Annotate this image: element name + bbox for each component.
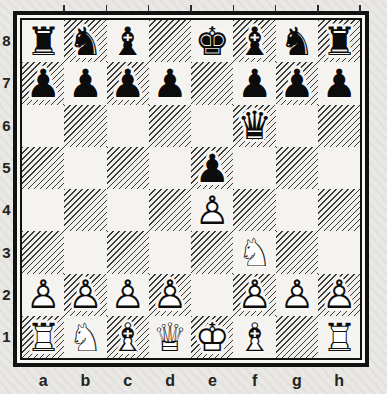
white-piece-outline: ♘ bbox=[64, 316, 106, 358]
white-piece-outline: ♗ bbox=[107, 316, 149, 358]
piece-white-pawn[interactable]: ♟♙ bbox=[191, 189, 233, 231]
piece-white-pawn[interactable]: ♟♙ bbox=[107, 274, 149, 316]
square-d2[interactable]: ♟♙ bbox=[149, 274, 191, 316]
square-f3[interactable]: ♞♘ bbox=[233, 231, 275, 273]
file-label-h: h bbox=[318, 372, 360, 392]
square-g3[interactable] bbox=[276, 231, 318, 273]
white-piece-fill: ♚ bbox=[191, 316, 233, 358]
white-piece-fill: ♟ bbox=[107, 274, 149, 316]
black-piece-glyph: ♟ bbox=[276, 62, 318, 104]
file-label-d: d bbox=[149, 372, 191, 392]
white-piece-outline: ♙ bbox=[22, 274, 64, 316]
rank-label-7: 7 bbox=[0, 62, 13, 104]
black-piece-glyph: ♝ bbox=[107, 20, 149, 62]
chess-diagram: ♜♞♝♚♝♞♜♟♟♟♟♟♟♟♛♟♟♙♞♘♟♙♟♙♟♙♟♙♟♙♟♙♟♙♜♖♞♘♝♗… bbox=[0, 0, 387, 394]
white-piece-fill: ♟ bbox=[191, 189, 233, 231]
square-a1[interactable]: ♜♖ bbox=[22, 316, 64, 358]
piece-black-rook[interactable]: ♜ bbox=[22, 20, 64, 62]
piece-black-bishop[interactable]: ♝ bbox=[107, 20, 149, 62]
black-piece-glyph: ♚ bbox=[191, 20, 233, 62]
square-f5[interactable] bbox=[233, 147, 275, 189]
rank-label-5: 5 bbox=[0, 147, 13, 189]
black-piece-glyph: ♟ bbox=[107, 62, 149, 104]
square-f7[interactable]: ♟ bbox=[233, 62, 275, 104]
square-e1[interactable]: ♚♔ bbox=[191, 316, 233, 358]
chess-board: ♜♞♝♚♝♞♜♟♟♟♟♟♟♟♛♟♟♙♞♘♟♙♟♙♟♙♟♙♟♙♟♙♟♙♜♖♞♘♝♗… bbox=[22, 20, 360, 358]
grid-tick-mark bbox=[317, 5, 319, 12]
grid-tick-mark bbox=[148, 5, 150, 12]
black-piece-glyph: ♛ bbox=[233, 105, 275, 147]
square-g2[interactable]: ♟♙ bbox=[276, 274, 318, 316]
piece-black-pawn[interactable]: ♟ bbox=[22, 62, 64, 104]
white-piece-fill: ♝ bbox=[107, 316, 149, 358]
square-a2[interactable]: ♟♙ bbox=[22, 274, 64, 316]
square-c2[interactable]: ♟♙ bbox=[107, 274, 149, 316]
piece-black-king[interactable]: ♚ bbox=[191, 20, 233, 62]
square-h6[interactable] bbox=[318, 105, 360, 147]
piece-black-bishop[interactable]: ♝ bbox=[233, 20, 275, 62]
square-d4[interactable] bbox=[149, 189, 191, 231]
square-h4[interactable] bbox=[318, 189, 360, 231]
square-a5[interactable] bbox=[22, 147, 64, 189]
square-e5[interactable]: ♟ bbox=[191, 147, 233, 189]
square-e7[interactable] bbox=[191, 62, 233, 104]
white-piece-outline: ♙ bbox=[191, 189, 233, 231]
black-piece-glyph: ♞ bbox=[64, 20, 106, 62]
square-f8[interactable]: ♝ bbox=[233, 20, 275, 62]
square-c8[interactable]: ♝ bbox=[107, 20, 149, 62]
white-piece-outline: ♙ bbox=[318, 274, 360, 316]
square-f4[interactable] bbox=[233, 189, 275, 231]
square-g6[interactable] bbox=[276, 105, 318, 147]
square-d6[interactable] bbox=[149, 105, 191, 147]
white-piece-outline: ♘ bbox=[233, 231, 275, 273]
white-piece-fill: ♞ bbox=[64, 316, 106, 358]
file-label-f: f bbox=[234, 372, 276, 392]
piece-white-pawn[interactable]: ♟♙ bbox=[22, 274, 64, 316]
rank-label-4: 4 bbox=[0, 189, 13, 231]
square-a3[interactable] bbox=[22, 231, 64, 273]
white-piece-outline: ♙ bbox=[276, 274, 318, 316]
piece-white-pawn[interactable]: ♟♙ bbox=[276, 274, 318, 316]
black-piece-glyph: ♜ bbox=[22, 20, 64, 62]
white-piece-outline: ♗ bbox=[233, 316, 275, 358]
white-piece-fill: ♟ bbox=[149, 274, 191, 316]
black-piece-glyph: ♟ bbox=[22, 62, 64, 104]
piece-black-pawn[interactable]: ♟ bbox=[233, 62, 275, 104]
file-label-b: b bbox=[64, 372, 106, 392]
square-c3[interactable] bbox=[107, 231, 149, 273]
piece-black-pawn[interactable]: ♟ bbox=[64, 62, 106, 104]
piece-white-rook[interactable]: ♜♖ bbox=[22, 316, 64, 358]
white-piece-outline: ♖ bbox=[22, 316, 64, 358]
black-piece-glyph: ♟ bbox=[233, 62, 275, 104]
rank-label-8: 8 bbox=[0, 20, 13, 62]
square-b8[interactable]: ♞ bbox=[64, 20, 106, 62]
board-frame: ♜♞♝♚♝♞♜♟♟♟♟♟♟♟♛♟♟♙♞♘♟♙♟♙♟♙♟♙♟♙♟♙♟♙♜♖♞♘♝♗… bbox=[13, 11, 369, 367]
white-piece-fill: ♞ bbox=[233, 231, 275, 273]
square-a8[interactable]: ♜ bbox=[22, 20, 64, 62]
square-d8[interactable] bbox=[149, 20, 191, 62]
piece-black-pawn[interactable]: ♟ bbox=[149, 62, 191, 104]
black-piece-glyph: ♟ bbox=[318, 62, 360, 104]
square-g7[interactable]: ♟ bbox=[276, 62, 318, 104]
square-e8[interactable]: ♚ bbox=[191, 20, 233, 62]
square-f6[interactable]: ♛ bbox=[233, 105, 275, 147]
square-b1[interactable]: ♞♘ bbox=[64, 316, 106, 358]
white-piece-outline: ♙ bbox=[233, 274, 275, 316]
piece-white-rook[interactable]: ♜♖ bbox=[318, 316, 360, 358]
square-e6[interactable] bbox=[191, 105, 233, 147]
black-piece-glyph: ♟ bbox=[64, 62, 106, 104]
rank-label-1: 1 bbox=[0, 316, 13, 358]
square-d3[interactable] bbox=[149, 231, 191, 273]
square-a7[interactable]: ♟ bbox=[22, 62, 64, 104]
white-piece-fill: ♟ bbox=[64, 274, 106, 316]
square-b7[interactable]: ♟ bbox=[64, 62, 106, 104]
board-inner-border: ♜♞♝♚♝♞♜♟♟♟♟♟♟♟♛♟♟♙♞♘♟♙♟♙♟♙♟♙♟♙♟♙♟♙♜♖♞♘♝♗… bbox=[20, 18, 362, 360]
file-label-e: e bbox=[191, 372, 233, 392]
grid-tick-mark bbox=[275, 5, 277, 12]
piece-black-pawn[interactable]: ♟ bbox=[191, 147, 233, 189]
square-b3[interactable] bbox=[64, 231, 106, 273]
square-c4[interactable] bbox=[107, 189, 149, 231]
piece-white-pawn[interactable]: ♟♙ bbox=[64, 274, 106, 316]
white-piece-fill: ♛ bbox=[149, 316, 191, 358]
white-piece-fill: ♜ bbox=[318, 316, 360, 358]
piece-black-pawn[interactable]: ♟ bbox=[318, 62, 360, 104]
square-d7[interactable]: ♟ bbox=[149, 62, 191, 104]
white-piece-fill: ♟ bbox=[318, 274, 360, 316]
rank-label-6: 6 bbox=[0, 105, 13, 147]
square-e2[interactable] bbox=[191, 274, 233, 316]
grid-tick-mark bbox=[106, 5, 108, 12]
square-b2[interactable]: ♟♙ bbox=[64, 274, 106, 316]
white-piece-outline: ♙ bbox=[149, 274, 191, 316]
square-b6[interactable] bbox=[64, 105, 106, 147]
piece-white-pawn[interactable]: ♟♙ bbox=[318, 274, 360, 316]
square-c7[interactable]: ♟ bbox=[107, 62, 149, 104]
square-g1[interactable] bbox=[276, 316, 318, 358]
square-h5[interactable] bbox=[318, 147, 360, 189]
piece-white-bishop[interactable]: ♝♗ bbox=[233, 316, 275, 358]
grid-tick-mark bbox=[359, 5, 361, 12]
square-a4[interactable] bbox=[22, 189, 64, 231]
white-piece-fill: ♜ bbox=[22, 316, 64, 358]
piece-white-pawn[interactable]: ♟♙ bbox=[233, 274, 275, 316]
piece-black-pawn[interactable]: ♟ bbox=[276, 62, 318, 104]
piece-black-pawn[interactable]: ♟ bbox=[107, 62, 149, 104]
piece-black-knight[interactable]: ♞ bbox=[276, 20, 318, 62]
square-g5[interactable] bbox=[276, 147, 318, 189]
piece-black-rook[interactable]: ♜ bbox=[318, 20, 360, 62]
grid-tick-mark bbox=[190, 5, 192, 12]
piece-white-king[interactable]: ♚♔ bbox=[191, 316, 233, 358]
square-b5[interactable] bbox=[64, 147, 106, 189]
piece-white-pawn[interactable]: ♟♙ bbox=[149, 274, 191, 316]
grid-tick-mark bbox=[63, 5, 65, 12]
grid-tick-mark bbox=[233, 5, 235, 12]
file-label-a: a bbox=[22, 372, 64, 392]
square-h2[interactable]: ♟♙ bbox=[318, 274, 360, 316]
square-e3[interactable] bbox=[191, 231, 233, 273]
square-d1[interactable]: ♛♕ bbox=[149, 316, 191, 358]
square-h1[interactable]: ♜♖ bbox=[318, 316, 360, 358]
white-piece-fill: ♝ bbox=[233, 316, 275, 358]
square-c5[interactable] bbox=[107, 147, 149, 189]
white-piece-outline: ♔ bbox=[191, 316, 233, 358]
square-c1[interactable]: ♝♗ bbox=[107, 316, 149, 358]
white-piece-outline: ♙ bbox=[107, 274, 149, 316]
square-e4[interactable]: ♟♙ bbox=[191, 189, 233, 231]
square-d5[interactable] bbox=[149, 147, 191, 189]
piece-white-knight[interactable]: ♞♘ bbox=[233, 231, 275, 273]
file-label-c: c bbox=[107, 372, 149, 392]
square-h8[interactable]: ♜ bbox=[318, 20, 360, 62]
white-piece-outline: ♕ bbox=[149, 316, 191, 358]
black-piece-glyph: ♝ bbox=[233, 20, 275, 62]
white-piece-fill: ♟ bbox=[22, 274, 64, 316]
black-piece-glyph: ♜ bbox=[318, 20, 360, 62]
rank-label-3: 3 bbox=[0, 232, 13, 274]
piece-white-knight[interactable]: ♞♘ bbox=[64, 316, 106, 358]
square-g8[interactable]: ♞ bbox=[276, 20, 318, 62]
white-piece-outline: ♙ bbox=[64, 274, 106, 316]
square-f2[interactable]: ♟♙ bbox=[233, 274, 275, 316]
piece-white-queen[interactable]: ♛♕ bbox=[149, 316, 191, 358]
black-piece-glyph: ♟ bbox=[149, 62, 191, 104]
square-h7[interactable]: ♟ bbox=[318, 62, 360, 104]
piece-black-knight[interactable]: ♞ bbox=[64, 20, 106, 62]
square-h3[interactable] bbox=[318, 231, 360, 273]
white-piece-outline: ♖ bbox=[318, 316, 360, 358]
black-piece-glyph: ♞ bbox=[276, 20, 318, 62]
white-piece-fill: ♟ bbox=[233, 274, 275, 316]
white-piece-fill: ♟ bbox=[276, 274, 318, 316]
square-c6[interactable] bbox=[107, 105, 149, 147]
square-b4[interactable] bbox=[64, 189, 106, 231]
square-f1[interactable]: ♝♗ bbox=[233, 316, 275, 358]
square-a6[interactable] bbox=[22, 105, 64, 147]
piece-white-bishop[interactable]: ♝♗ bbox=[107, 316, 149, 358]
file-label-g: g bbox=[276, 372, 318, 392]
rank-label-2: 2 bbox=[0, 274, 13, 316]
piece-black-queen[interactable]: ♛ bbox=[233, 105, 275, 147]
square-g4[interactable] bbox=[276, 189, 318, 231]
black-piece-glyph: ♟ bbox=[191, 147, 233, 189]
